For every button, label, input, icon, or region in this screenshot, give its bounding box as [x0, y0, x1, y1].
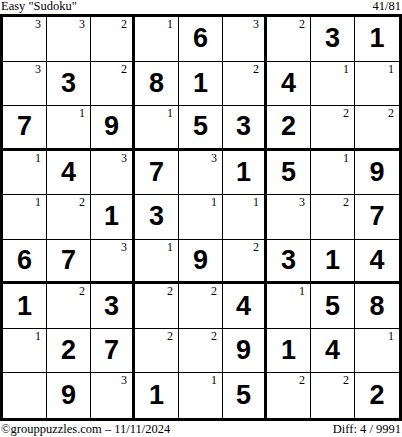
given-digit: 8 [355, 284, 399, 328]
puzzle-title: Easy "Sudoku" [1, 0, 77, 13]
cell-r9c6[interactable]: 5 [223, 373, 267, 418]
corner-mark: 3 [299, 195, 305, 209]
corner-mark: 2 [343, 373, 349, 387]
sudoku-board: 3321632313328124117191532221437315191213… [0, 14, 402, 421]
cell-r4c5[interactable]: 3 [179, 151, 223, 196]
cell-r4c1[interactable]: 1 [3, 151, 47, 196]
cell-r4c8[interactable]: 1 [311, 151, 355, 196]
cell-r6c4[interactable]: 1 [135, 240, 179, 285]
cell-r9c8[interactable]: 2 [311, 373, 355, 418]
cell-r3c1[interactable]: 7 [3, 106, 47, 151]
cell-r1c6[interactable]: 3 [223, 17, 267, 62]
cell-r8c2[interactable]: 2 [47, 329, 91, 374]
cell-r5c9[interactable]: 7 [355, 195, 399, 240]
given-digit: 2 [47, 329, 90, 373]
cell-r2c8[interactable]: 1 [311, 62, 355, 107]
cell-r2c4[interactable]: 8 [135, 62, 179, 107]
given-digit: 1 [91, 195, 132, 239]
given-digit: 4 [223, 284, 264, 328]
corner-mark: 3 [121, 151, 127, 165]
corner-mark: 1 [343, 151, 349, 165]
given-digit: 1 [135, 373, 178, 418]
page: Easy "Sudoku" 41/81 33216323133281241171… [0, 0, 402, 437]
cell-r2c7[interactable]: 4 [267, 62, 311, 107]
corner-mark: 3 [79, 17, 85, 31]
cell-r6c5[interactable]: 9 [179, 240, 223, 285]
given-digit: 3 [223, 106, 264, 148]
cell-r5c2[interactable]: 2 [47, 195, 91, 240]
given-digit: 2 [355, 373, 399, 418]
cell-r9c9[interactable]: 2 [355, 373, 399, 418]
header: Easy "Sudoku" 41/81 [0, 0, 402, 14]
given-digit: 4 [47, 151, 90, 195]
given-digit: 1 [311, 240, 354, 282]
cell-r4c7[interactable]: 5 [267, 151, 311, 196]
cell-r7c1[interactable]: 1 [3, 284, 47, 329]
given-digit: 2 [267, 106, 310, 148]
cell-r9c1[interactable] [3, 373, 47, 418]
cell-r5c3[interactable]: 1 [91, 195, 135, 240]
copyright-text: ©grouppuzzles.com – 11/11/2024 [1, 422, 170, 437]
corner-mark: 2 [121, 17, 127, 31]
cell-r1c7[interactable]: 2 [267, 17, 311, 62]
cell-r4c3[interactable]: 3 [91, 151, 135, 196]
cell-r1c2[interactable]: 3 [47, 17, 91, 62]
cell-r3c2[interactable]: 1 [47, 106, 91, 151]
cell-r8c7[interactable]: 1 [267, 329, 311, 374]
given-digit: 3 [135, 195, 178, 239]
cell-r3c5[interactable]: 5 [179, 106, 223, 151]
corner-mark: 2 [167, 284, 173, 298]
cell-r6c9[interactable]: 4 [355, 240, 399, 285]
cell-r5c8[interactable]: 2 [311, 195, 355, 240]
corner-mark: 1 [167, 106, 173, 120]
cell-r3c4[interactable]: 1 [135, 106, 179, 151]
given-digit: 1 [267, 329, 310, 373]
corner-mark: 3 [35, 62, 41, 76]
cell-r9c3[interactable]: 3 [91, 373, 135, 418]
corner-mark: 2 [79, 195, 85, 209]
cell-r3c3[interactable]: 9 [91, 106, 135, 151]
corner-mark: 2 [299, 373, 305, 387]
given-digit: 8 [135, 62, 178, 106]
corner-mark: 3 [121, 373, 127, 387]
cell-r6c8[interactable]: 1 [311, 240, 355, 285]
given-digit: 1 [223, 151, 264, 195]
cell-r5c1[interactable]: 1 [3, 195, 47, 240]
cell-r4c2[interactable]: 4 [47, 151, 91, 196]
given-digit: 5 [223, 373, 264, 418]
corner-mark: 1 [167, 17, 173, 31]
given-digit: 3 [311, 17, 354, 61]
cell-r6c1[interactable]: 6 [3, 240, 47, 285]
cell-r4c4[interactable]: 7 [135, 151, 179, 196]
given-digit: 1 [3, 284, 46, 328]
cell-r8c4[interactable]: 2 [135, 329, 179, 374]
cell-r7c4[interactable]: 2 [135, 284, 179, 329]
corner-mark: 1 [299, 284, 305, 298]
corner-mark: 2 [167, 329, 173, 343]
corner-mark: 2 [343, 195, 349, 209]
cell-r5c7[interactable]: 3 [267, 195, 311, 240]
progress-counter: 41/81 [373, 0, 401, 13]
given-digit: 5 [311, 284, 354, 328]
cell-r2c3[interactable]: 2 [91, 62, 135, 107]
given-digit: 3 [267, 240, 310, 282]
cell-r3c6[interactable]: 3 [223, 106, 267, 151]
cell-r1c3[interactable]: 2 [91, 17, 135, 62]
cell-r2c9[interactable]: 1 [355, 62, 399, 107]
cell-r1c8[interactable]: 3 [311, 17, 355, 62]
cell-r7c7[interactable]: 1 [267, 284, 311, 329]
cell-r7c9[interactable]: 8 [355, 284, 399, 329]
cell-r8c3[interactable]: 7 [91, 329, 135, 374]
cell-r1c9[interactable]: 1 [355, 17, 399, 62]
cell-r9c7[interactable]: 2 [267, 373, 311, 418]
cell-r9c4[interactable]: 1 [135, 373, 179, 418]
corner-mark: 1 [35, 329, 41, 343]
given-digit: 7 [91, 329, 132, 373]
given-digit: 5 [267, 151, 310, 195]
corner-mark: 2 [253, 240, 259, 254]
cell-r9c2[interactable]: 9 [47, 373, 91, 418]
given-digit: 7 [135, 151, 178, 195]
cell-r8c1[interactable]: 1 [3, 329, 47, 374]
cell-r8c5[interactable]: 2 [179, 329, 223, 374]
cell-r6c6[interactable]: 2 [223, 240, 267, 285]
given-digit: 1 [179, 62, 222, 106]
corner-mark: 2 [299, 17, 305, 31]
corner-mark: 2 [211, 329, 217, 343]
corner-mark: 1 [35, 195, 41, 209]
difficulty-text: Diff: 4 / 9991 [333, 422, 401, 437]
corner-mark: 3 [35, 17, 41, 31]
given-digit: 1 [355, 17, 399, 61]
given-digit: 7 [3, 106, 46, 148]
corner-mark: 2 [79, 284, 85, 298]
corner-mark: 1 [388, 329, 394, 343]
cell-r5c5[interactable]: 1 [179, 195, 223, 240]
given-digit: 9 [91, 106, 132, 148]
footer: ©grouppuzzles.com – 11/11/2024 Diff: 4 /… [0, 421, 402, 437]
cell-r3c8[interactable]: 2 [311, 106, 355, 151]
given-digit: 4 [311, 329, 354, 373]
cell-r7c2[interactable]: 2 [47, 284, 91, 329]
cell-r1c1[interactable]: 3 [3, 17, 47, 62]
given-digit: 3 [47, 62, 90, 106]
corner-mark: 1 [253, 195, 259, 209]
cell-r2c1[interactable]: 3 [3, 62, 47, 107]
cell-r5c4[interactable]: 3 [135, 195, 179, 240]
corner-mark: 2 [121, 62, 127, 76]
cell-r8c9[interactable]: 1 [355, 329, 399, 374]
cell-r1c4[interactable]: 1 [135, 17, 179, 62]
given-digit: 4 [355, 240, 399, 282]
cell-r6c2[interactable]: 7 [47, 240, 91, 285]
given-digit: 9 [47, 373, 90, 418]
cell-r2c6[interactable]: 2 [223, 62, 267, 107]
cell-r7c8[interactable]: 5 [311, 284, 355, 329]
corner-mark: 1 [343, 62, 349, 76]
given-digit: 6 [3, 240, 46, 282]
cell-r2c2[interactable]: 3 [47, 62, 91, 107]
given-digit: 4 [267, 62, 310, 106]
cell-r6c7[interactable]: 3 [267, 240, 311, 285]
corner-mark: 2 [343, 106, 349, 120]
cell-r4c9[interactable]: 9 [355, 151, 399, 196]
given-digit: 7 [355, 195, 399, 239]
cell-r4c6[interactable]: 1 [223, 151, 267, 196]
cell-r6c3[interactable]: 3 [91, 240, 135, 285]
corner-mark: 1 [35, 151, 41, 165]
cell-r7c6[interactable]: 4 [223, 284, 267, 329]
corner-mark: 3 [253, 17, 259, 31]
given-digit: 9 [179, 240, 222, 282]
cell-r9c5[interactable]: 1 [179, 373, 223, 418]
cell-r3c9[interactable]: 2 [355, 106, 399, 151]
cell-r1c5[interactable]: 6 [179, 17, 223, 62]
cell-r7c3[interactable]: 3 [91, 284, 135, 329]
corner-mark: 1 [167, 240, 173, 254]
cell-r8c8[interactable]: 4 [311, 329, 355, 374]
given-digit: 9 [355, 151, 399, 195]
given-digit: 6 [179, 17, 222, 61]
cell-r5c6[interactable]: 1 [223, 195, 267, 240]
corner-mark: 1 [388, 62, 394, 76]
corner-mark: 2 [388, 106, 394, 120]
corner-mark: 1 [79, 106, 85, 120]
given-digit: 3 [91, 284, 132, 328]
cell-r2c5[interactable]: 1 [179, 62, 223, 107]
corner-mark: 2 [253, 62, 259, 76]
given-digit: 7 [47, 240, 90, 282]
cell-r7c5[interactable]: 2 [179, 284, 223, 329]
corner-mark: 3 [211, 151, 217, 165]
given-digit: 5 [179, 106, 222, 148]
corner-mark: 1 [211, 195, 217, 209]
corner-mark: 3 [121, 240, 127, 254]
cell-r8c6[interactable]: 9 [223, 329, 267, 374]
corner-mark: 2 [211, 284, 217, 298]
given-digit: 9 [223, 329, 264, 373]
cell-r3c7[interactable]: 2 [267, 106, 311, 151]
corner-mark: 1 [211, 373, 217, 387]
